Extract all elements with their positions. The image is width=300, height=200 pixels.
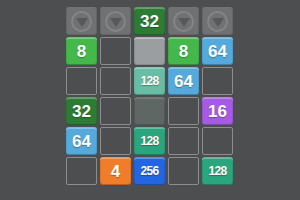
tile-value: 32 (140, 13, 159, 30)
tile-32: 32 (134, 7, 165, 35)
empty-cell (100, 127, 131, 155)
tile-value: 128 (140, 75, 158, 87)
down-triangle-icon (178, 18, 190, 27)
down-triangle-icon (212, 18, 224, 27)
tile-value: 64 (72, 133, 91, 150)
tile-value: 128 (140, 135, 158, 147)
drop-button[interactable] (100, 7, 131, 35)
tile-value: 64 (208, 43, 227, 60)
drop-arrow-icon (105, 11, 126, 32)
blocker-tile-dark (134, 97, 165, 125)
tile-32: 32 (66, 97, 97, 125)
tile-value: 256 (140, 165, 158, 177)
drop-arrow-icon (207, 11, 228, 32)
tile-4: 4 (100, 157, 131, 185)
drop-arrow-icon (71, 11, 92, 32)
empty-cell (202, 67, 233, 95)
drop-button[interactable] (202, 7, 233, 35)
game-board: 328864128643216641284256128 (66, 7, 233, 185)
empty-cell (66, 157, 97, 185)
tile-value: 16 (208, 103, 227, 120)
tile-256: 256 (134, 157, 165, 185)
tile-128: 128 (134, 67, 165, 95)
tile-value: 8 (77, 43, 86, 60)
drop-button[interactable] (168, 7, 199, 35)
drop-button[interactable] (66, 7, 97, 35)
tile-64: 64 (66, 127, 97, 155)
tile-value: 32 (72, 103, 91, 120)
blocker-tile-light (134, 37, 165, 65)
tile-8: 8 (66, 37, 97, 65)
empty-cell (168, 157, 199, 185)
tile-value: 64 (174, 73, 193, 90)
empty-cell (66, 67, 97, 95)
empty-cell (100, 97, 131, 125)
tile-value: 4 (111, 163, 120, 180)
drop-arrow-icon (173, 11, 194, 32)
tile-16: 16 (202, 97, 233, 125)
tile-8: 8 (168, 37, 199, 65)
tile-value: 128 (208, 165, 226, 177)
down-triangle-icon (110, 18, 122, 27)
empty-cell (168, 97, 199, 125)
tile-64: 64 (202, 37, 233, 65)
tile-64: 64 (168, 67, 199, 95)
tile-128: 128 (134, 127, 165, 155)
empty-cell (100, 37, 131, 65)
tile-128: 128 (202, 157, 233, 185)
tile-value: 8 (179, 43, 188, 60)
down-triangle-icon (76, 18, 88, 27)
empty-cell (100, 67, 131, 95)
empty-cell (202, 127, 233, 155)
empty-cell (168, 127, 199, 155)
